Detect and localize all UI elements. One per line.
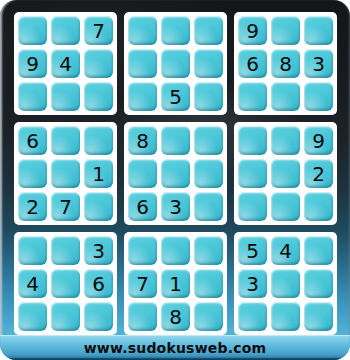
cell-r8c9[interactable] — [304, 269, 333, 298]
cell-r5c7[interactable] — [238, 159, 267, 188]
cell-r3c3[interactable] — [84, 82, 113, 111]
block-2-3: 92 — [234, 122, 337, 225]
cell-r7c4[interactable] — [128, 236, 157, 265]
cell-r8c5[interactable]: 1 — [161, 269, 190, 298]
cell-r2c2[interactable]: 4 — [51, 49, 80, 78]
cell-r4c7[interactable] — [238, 126, 267, 155]
cell-r7c1[interactable] — [18, 236, 47, 265]
cell-r4c6[interactable] — [194, 126, 223, 155]
cell-r5c4[interactable] — [128, 159, 157, 188]
cell-r3c6[interactable] — [194, 82, 223, 111]
cell-r2c7[interactable]: 6 — [238, 49, 267, 78]
block-2-2: 863 — [124, 122, 227, 225]
cell-r3c4[interactable] — [128, 82, 157, 111]
cell-r8c4[interactable]: 7 — [128, 269, 157, 298]
cell-r9c1[interactable] — [18, 302, 47, 331]
cell-r5c2[interactable] — [51, 159, 80, 188]
cell-r3c2[interactable] — [51, 82, 80, 111]
block-3-2: 718 — [124, 232, 227, 335]
cell-r8c3[interactable]: 6 — [84, 269, 113, 298]
cell-r9c4[interactable] — [128, 302, 157, 331]
cell-r3c7[interactable] — [238, 82, 267, 111]
cell-r2c3[interactable] — [84, 49, 113, 78]
cell-r1c2[interactable] — [51, 16, 80, 45]
cell-r1c8[interactable] — [271, 16, 300, 45]
footer-bar: www.sudokusweb.com — [0, 335, 350, 360]
cell-r5c8[interactable] — [271, 159, 300, 188]
cell-r7c5[interactable] — [161, 236, 190, 265]
cell-r8c6[interactable] — [194, 269, 223, 298]
cell-r2c8[interactable]: 8 — [271, 49, 300, 78]
cell-r6c7[interactable] — [238, 192, 267, 221]
cell-r9c3[interactable] — [84, 302, 113, 331]
cell-r7c9[interactable] — [304, 236, 333, 265]
cell-r7c2[interactable] — [51, 236, 80, 265]
cell-r1c4[interactable] — [128, 16, 157, 45]
cell-r2c4[interactable] — [128, 49, 157, 78]
block-3-1: 346 — [14, 232, 117, 335]
cell-r1c3[interactable]: 7 — [84, 16, 113, 45]
cell-r9c7[interactable] — [238, 302, 267, 331]
cell-r6c9[interactable] — [304, 192, 333, 221]
cell-r4c4[interactable]: 8 — [128, 126, 157, 155]
cell-r1c6[interactable] — [194, 16, 223, 45]
cell-r3c5[interactable]: 5 — [161, 82, 190, 111]
cell-r2c9[interactable]: 3 — [304, 49, 333, 78]
cell-r6c4[interactable]: 6 — [128, 192, 157, 221]
cell-r9c5[interactable]: 8 — [161, 302, 190, 331]
cell-r2c5[interactable] — [161, 49, 190, 78]
cell-r7c7[interactable]: 5 — [238, 236, 267, 265]
block-1-2: 5 — [124, 12, 227, 115]
cell-r5c6[interactable] — [194, 159, 223, 188]
block-3-3: 543 — [234, 232, 337, 335]
cell-r4c2[interactable] — [51, 126, 80, 155]
cell-r2c1[interactable]: 9 — [18, 49, 47, 78]
cell-r7c3[interactable]: 3 — [84, 236, 113, 265]
cell-r6c2[interactable]: 7 — [51, 192, 80, 221]
cell-r7c6[interactable] — [194, 236, 223, 265]
cell-r4c8[interactable] — [271, 126, 300, 155]
cell-r5c3[interactable]: 1 — [84, 159, 113, 188]
block-1-1: 794 — [14, 12, 117, 115]
board-blocks: 79459683612786392346718543 — [14, 12, 337, 335]
cell-r9c6[interactable] — [194, 302, 223, 331]
block-2-1: 6127 — [14, 122, 117, 225]
cell-r9c8[interactable] — [271, 302, 300, 331]
cell-r5c9[interactable]: 2 — [304, 159, 333, 188]
cell-r3c8[interactable] — [271, 82, 300, 111]
site-url-link[interactable]: www.sudokusweb.com — [84, 340, 267, 356]
page: 79459683612786392346718543 www.sudokuswe… — [0, 0, 350, 360]
cell-r2c6[interactable] — [194, 49, 223, 78]
cell-r3c9[interactable] — [304, 82, 333, 111]
cell-r4c1[interactable]: 6 — [18, 126, 47, 155]
cell-r8c2[interactable] — [51, 269, 80, 298]
block-1-3: 9683 — [234, 12, 337, 115]
cell-r8c1[interactable]: 4 — [18, 269, 47, 298]
cell-r9c2[interactable] — [51, 302, 80, 331]
cell-r5c5[interactable] — [161, 159, 190, 188]
cell-r4c5[interactable] — [161, 126, 190, 155]
cell-r6c6[interactable] — [194, 192, 223, 221]
cell-r1c1[interactable] — [18, 16, 47, 45]
cell-r8c8[interactable] — [271, 269, 300, 298]
cell-r9c9[interactable] — [304, 302, 333, 331]
cell-r5c1[interactable] — [18, 159, 47, 188]
cell-r6c3[interactable] — [84, 192, 113, 221]
cell-r3c1[interactable] — [18, 82, 47, 111]
sudoku-board: 79459683612786392346718543 www.sudokuswe… — [0, 0, 350, 360]
cell-r6c8[interactable] — [271, 192, 300, 221]
cell-r8c7[interactable]: 3 — [238, 269, 267, 298]
cell-r1c7[interactable]: 9 — [238, 16, 267, 45]
cell-r1c5[interactable] — [161, 16, 190, 45]
cell-r7c8[interactable]: 4 — [271, 236, 300, 265]
cell-r4c3[interactable] — [84, 126, 113, 155]
cell-r4c9[interactable]: 9 — [304, 126, 333, 155]
cell-r1c9[interactable] — [304, 16, 333, 45]
cell-r6c1[interactable]: 2 — [18, 192, 47, 221]
cell-r6c5[interactable]: 3 — [161, 192, 190, 221]
